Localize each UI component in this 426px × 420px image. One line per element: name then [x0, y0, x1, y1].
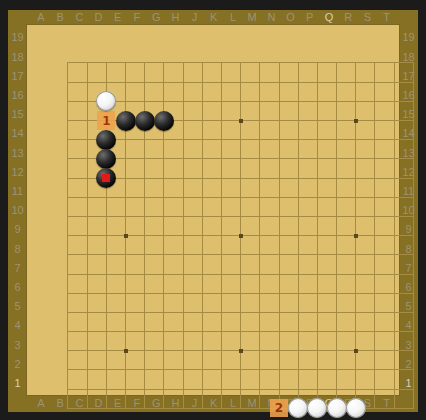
intersection-Q9[interactable]	[346, 245, 365, 264]
intersection-B7[interactable]	[78, 284, 97, 303]
intersection-C14[interactable]	[97, 149, 116, 168]
intersection-M4[interactable]	[269, 341, 288, 360]
intersection-R14[interactable]	[365, 149, 384, 168]
intersection-B10[interactable]	[78, 226, 97, 245]
intersection-C8[interactable]	[97, 264, 116, 283]
intersection-M7[interactable]	[269, 284, 288, 303]
intersection-K15[interactable]	[231, 130, 250, 149]
intersection-J8[interactable]	[212, 264, 231, 283]
intersection-G7[interactable]	[174, 284, 193, 303]
intersection-J9[interactable]	[212, 245, 231, 264]
intersection-R10[interactable]	[365, 226, 384, 245]
intersection-J18[interactable]	[212, 73, 231, 92]
intersection-F5[interactable]	[154, 322, 173, 341]
intersection-H5[interactable]	[193, 322, 212, 341]
intersection-K19[interactable]	[231, 53, 250, 72]
intersection-P8[interactable]	[327, 264, 346, 283]
intersection-P18[interactable]	[327, 73, 346, 92]
intersection-J12[interactable]	[212, 188, 231, 207]
intersection-D7[interactable]	[116, 284, 135, 303]
intersection-Q18[interactable]	[346, 73, 365, 92]
intersection-J13[interactable]	[212, 169, 231, 188]
intersection-H6[interactable]	[193, 303, 212, 322]
intersection-K13[interactable]	[231, 169, 250, 188]
intersection-J17[interactable]	[212, 92, 231, 111]
intersection-O8[interactable]	[308, 264, 327, 283]
intersection-N16[interactable]	[289, 111, 308, 130]
intersection-F13[interactable]	[154, 169, 173, 188]
intersection-Q14[interactable]	[346, 149, 365, 168]
intersection-R12[interactable]	[365, 188, 384, 207]
intersection-L15[interactable]	[250, 130, 269, 149]
intersection-H14[interactable]	[193, 149, 212, 168]
intersection-G16[interactable]	[174, 111, 193, 130]
intersection-L18[interactable]	[250, 73, 269, 92]
intersection-M1[interactable]: 2	[269, 399, 288, 418]
intersection-E5[interactable]	[135, 322, 154, 341]
intersection-M12[interactable]	[269, 188, 288, 207]
intersection-L19[interactable]	[250, 53, 269, 72]
intersection-M3[interactable]	[269, 360, 288, 379]
intersection-R8[interactable]	[365, 264, 384, 283]
intersection-H7[interactable]	[193, 284, 212, 303]
intersection-D14[interactable]	[116, 149, 135, 168]
intersection-N12[interactable]	[289, 188, 308, 207]
intersection-D6[interactable]	[116, 303, 135, 322]
intersection-M18[interactable]	[269, 73, 288, 92]
intersection-P12[interactable]	[327, 188, 346, 207]
intersection-M8[interactable]	[269, 264, 288, 283]
intersection-R15[interactable]	[365, 130, 384, 149]
intersection-A13[interactable]	[58, 169, 77, 188]
intersection-B6[interactable]	[78, 303, 97, 322]
intersection-E19[interactable]	[135, 53, 154, 72]
intersection-H18[interactable]	[193, 73, 212, 92]
intersection-E9[interactable]	[135, 245, 154, 264]
intersection-N3[interactable]	[289, 360, 308, 379]
intersection-F16[interactable]	[154, 111, 173, 130]
intersection-K7[interactable]	[231, 284, 250, 303]
intersection-L7[interactable]	[250, 284, 269, 303]
intersection-G15[interactable]	[174, 130, 193, 149]
intersection-Q11[interactable]	[346, 207, 365, 226]
intersection-B18[interactable]	[78, 73, 97, 92]
intersection-K4[interactable]	[231, 341, 250, 360]
intersection-M6[interactable]	[269, 303, 288, 322]
intersection-F12[interactable]	[154, 188, 173, 207]
intersection-P7[interactable]	[327, 284, 346, 303]
intersection-R18[interactable]	[365, 73, 384, 92]
intersection-N17[interactable]	[289, 92, 308, 111]
intersection-G19[interactable]	[174, 53, 193, 72]
intersection-K12[interactable]	[231, 188, 250, 207]
intersection-J15[interactable]	[212, 130, 231, 149]
intersection-P9[interactable]	[327, 245, 346, 264]
intersection-N6[interactable]	[289, 303, 308, 322]
intersection-G3[interactable]	[174, 360, 193, 379]
intersection-F6[interactable]	[154, 303, 173, 322]
intersection-F8[interactable]	[154, 264, 173, 283]
intersection-H11[interactable]	[193, 207, 212, 226]
intersection-G17[interactable]	[174, 92, 193, 111]
intersection-P1[interactable]	[327, 399, 346, 418]
intersection-R19[interactable]	[365, 53, 384, 72]
intersection-K5[interactable]	[231, 322, 250, 341]
intersection-E13[interactable]	[135, 169, 154, 188]
intersection-D19[interactable]	[116, 53, 135, 72]
intersection-F15[interactable]	[154, 130, 173, 149]
intersection-F3[interactable]	[154, 360, 173, 379]
intersection-L14[interactable]	[250, 149, 269, 168]
intersection-C13[interactable]	[97, 169, 116, 188]
intersection-O12[interactable]	[308, 188, 327, 207]
intersection-O7[interactable]	[308, 284, 327, 303]
intersection-G18[interactable]	[174, 73, 193, 92]
intersection-K11[interactable]	[231, 207, 250, 226]
intersection-O18[interactable]	[308, 73, 327, 92]
intersection-H9[interactable]	[193, 245, 212, 264]
intersection-A16[interactable]	[58, 111, 77, 130]
intersection-H16[interactable]	[193, 111, 212, 130]
intersection-C9[interactable]	[97, 245, 116, 264]
intersection-D18[interactable]	[116, 73, 135, 92]
intersection-P17[interactable]	[327, 92, 346, 111]
intersection-H3[interactable]	[193, 360, 212, 379]
intersection-C7[interactable]	[97, 284, 116, 303]
intersection-E10[interactable]	[135, 226, 154, 245]
intersection-C5[interactable]	[97, 322, 116, 341]
intersection-P19[interactable]	[327, 53, 346, 72]
intersection-H4[interactable]	[193, 341, 212, 360]
intersection-K18[interactable]	[231, 73, 250, 92]
intersection-A6[interactable]	[58, 303, 77, 322]
intersection-L10[interactable]	[250, 226, 269, 245]
intersection-L4[interactable]	[250, 341, 269, 360]
intersection-L8[interactable]	[250, 264, 269, 283]
intersection-N10[interactable]	[289, 226, 308, 245]
intersection-K16[interactable]	[231, 111, 250, 130]
intersection-M15[interactable]	[269, 130, 288, 149]
intersection-B5[interactable]	[78, 322, 97, 341]
intersection-P6[interactable]	[327, 303, 346, 322]
intersection-B3[interactable]	[78, 360, 97, 379]
intersection-D13[interactable]	[116, 169, 135, 188]
intersection-D15[interactable]	[116, 130, 135, 149]
intersection-L13[interactable]	[250, 169, 269, 188]
intersection-A14[interactable]	[58, 149, 77, 168]
variation-label-M1[interactable]: 2	[270, 399, 288, 417]
intersection-D3[interactable]	[116, 360, 135, 379]
coord-left-18: 18	[8, 48, 27, 67]
intersection-M11[interactable]	[269, 207, 288, 226]
intersection-G11[interactable]	[174, 207, 193, 226]
intersection-R17[interactable]	[365, 92, 384, 111]
intersection-B13[interactable]	[78, 169, 97, 188]
intersection-P5[interactable]	[327, 322, 346, 341]
intersection-C15[interactable]	[97, 130, 116, 149]
intersection-L3[interactable]	[250, 360, 269, 379]
intersection-A15[interactable]	[58, 130, 77, 149]
variation-label-C16[interactable]: 1	[97, 111, 115, 129]
intersection-F14[interactable]	[154, 149, 173, 168]
intersection-B9[interactable]	[78, 245, 97, 264]
intersection-M5[interactable]	[269, 322, 288, 341]
intersection-H12[interactable]	[193, 188, 212, 207]
intersection-J14[interactable]	[212, 149, 231, 168]
intersection-C10[interactable]	[97, 226, 116, 245]
intersection-B4[interactable]	[78, 341, 97, 360]
intersection-L11[interactable]	[250, 207, 269, 226]
intersection-E14[interactable]	[135, 149, 154, 168]
intersection-N5[interactable]	[289, 322, 308, 341]
intersection-E8[interactable]	[135, 264, 154, 283]
intersection-A5[interactable]	[58, 322, 77, 341]
intersection-B19[interactable]	[78, 53, 97, 72]
intersection-A3[interactable]	[58, 360, 77, 379]
intersection-L17[interactable]	[250, 92, 269, 111]
intersection-A11[interactable]	[58, 207, 77, 226]
intersection-Q7[interactable]	[346, 284, 365, 303]
intersection-G6[interactable]	[174, 303, 193, 322]
intersection-O15[interactable]	[308, 130, 327, 149]
intersection-F17[interactable]	[154, 92, 173, 111]
intersection-M16[interactable]	[269, 111, 288, 130]
intersection-K14[interactable]	[231, 149, 250, 168]
intersection-Q1[interactable]	[346, 399, 365, 418]
intersection-N13[interactable]	[289, 169, 308, 188]
intersection-O6[interactable]	[308, 303, 327, 322]
intersection-P13[interactable]	[327, 169, 346, 188]
intersection-G14[interactable]	[174, 149, 193, 168]
intersection-O17[interactable]	[308, 92, 327, 111]
intersection-D5[interactable]	[116, 322, 135, 341]
intersection-F10[interactable]	[154, 226, 173, 245]
intersection-A17[interactable]	[58, 92, 77, 111]
white-stone-Q1	[346, 398, 366, 418]
intersection-C3[interactable]	[97, 360, 116, 379]
intersection-J5[interactable]	[212, 322, 231, 341]
intersection-O1[interactable]	[308, 399, 327, 418]
intersection-J4[interactable]	[212, 341, 231, 360]
intersection-D4[interactable]	[116, 341, 135, 360]
intersection-J6[interactable]	[212, 303, 231, 322]
intersection-M9[interactable]	[269, 245, 288, 264]
intersection-P11[interactable]	[327, 207, 346, 226]
intersection-B8[interactable]	[78, 264, 97, 283]
intersection-C11[interactable]	[97, 207, 116, 226]
intersection-O11[interactable]	[308, 207, 327, 226]
intersection-O19[interactable]	[308, 53, 327, 72]
square-marker-icon	[102, 174, 110, 182]
intersection-O14[interactable]	[308, 149, 327, 168]
intersection-C16[interactable]: 1	[97, 111, 116, 130]
intersection-J11[interactable]	[212, 207, 231, 226]
intersection-C19[interactable]	[97, 53, 116, 72]
intersection-K10[interactable]	[231, 226, 250, 245]
intersection-E4[interactable]	[135, 341, 154, 360]
intersection-Q8[interactable]	[346, 264, 365, 283]
intersection-E6[interactable]	[135, 303, 154, 322]
intersection-H15[interactable]	[193, 130, 212, 149]
intersection-K3[interactable]	[231, 360, 250, 379]
intersection-A8[interactable]	[58, 264, 77, 283]
intersection-B17[interactable]	[78, 92, 97, 111]
intersection-L5[interactable]	[250, 322, 269, 341]
intersection-Q5[interactable]	[346, 322, 365, 341]
intersection-H19[interactable]	[193, 53, 212, 72]
intersection-B14[interactable]	[78, 149, 97, 168]
intersection-M13[interactable]	[269, 169, 288, 188]
intersection-C18[interactable]	[97, 73, 116, 92]
intersection-R3[interactable]	[365, 360, 384, 379]
intersection-B12[interactable]	[78, 188, 97, 207]
intersection-O4[interactable]	[308, 341, 327, 360]
intersection-A4[interactable]	[58, 341, 77, 360]
intersection-Q16[interactable]	[346, 111, 365, 130]
intersection-A7[interactable]	[58, 284, 77, 303]
intersection-N14[interactable]	[289, 149, 308, 168]
intersection-N18[interactable]	[289, 73, 308, 92]
intersection-E7[interactable]	[135, 284, 154, 303]
intersection-A18[interactable]	[58, 73, 77, 92]
intersection-D11[interactable]	[116, 207, 135, 226]
intersection-F19[interactable]	[154, 53, 173, 72]
intersection-C6[interactable]	[97, 303, 116, 322]
intersection-K6[interactable]	[231, 303, 250, 322]
intersection-R16[interactable]	[365, 111, 384, 130]
intersection-C12[interactable]	[97, 188, 116, 207]
intersection-R9[interactable]	[365, 245, 384, 264]
intersection-Q12[interactable]	[346, 188, 365, 207]
intersection-K17[interactable]	[231, 92, 250, 111]
intersection-F11[interactable]	[154, 207, 173, 226]
intersection-G13[interactable]	[174, 169, 193, 188]
intersection-E16[interactable]	[135, 111, 154, 130]
intersection-G10[interactable]	[174, 226, 193, 245]
intersection-H17[interactable]	[193, 92, 212, 111]
intersection-P4[interactable]	[327, 341, 346, 360]
intersection-P10[interactable]	[327, 226, 346, 245]
intersection-P16[interactable]	[327, 111, 346, 130]
intersection-F4[interactable]	[154, 341, 173, 360]
intersection-N7[interactable]	[289, 284, 308, 303]
intersection-M19[interactable]	[269, 53, 288, 72]
intersection-Q19[interactable]	[346, 53, 365, 72]
intersection-C17[interactable]	[97, 92, 116, 111]
intersection-O5[interactable]	[308, 322, 327, 341]
intersection-Q3[interactable]	[346, 360, 365, 379]
intersection-R13[interactable]	[365, 169, 384, 188]
intersection-B15[interactable]	[78, 130, 97, 149]
intersection-A19[interactable]	[58, 53, 77, 72]
intersection-Q10[interactable]	[346, 226, 365, 245]
intersection-A12[interactable]	[58, 188, 77, 207]
intersection-O16[interactable]	[308, 111, 327, 130]
intersection-G12[interactable]	[174, 188, 193, 207]
intersection-J7[interactable]	[212, 284, 231, 303]
intersection-K8[interactable]	[231, 264, 250, 283]
intersection-N1[interactable]	[289, 399, 308, 418]
intersection-P14[interactable]	[327, 149, 346, 168]
intersection-L6[interactable]	[250, 303, 269, 322]
intersection-G8[interactable]	[174, 264, 193, 283]
intersection-J16[interactable]	[212, 111, 231, 130]
intersection-E15[interactable]	[135, 130, 154, 149]
intersection-L16[interactable]	[250, 111, 269, 130]
intersection-N11[interactable]	[289, 207, 308, 226]
intersection-T1[interactable]	[404, 399, 423, 418]
intersection-Q15[interactable]	[346, 130, 365, 149]
intersection-H8[interactable]	[193, 264, 212, 283]
intersection-Q13[interactable]	[346, 169, 365, 188]
intersection-R11[interactable]	[365, 207, 384, 226]
intersection-G5[interactable]	[174, 322, 193, 341]
intersection-R4[interactable]	[365, 341, 384, 360]
intersection-P3[interactable]	[327, 360, 346, 379]
intersection-G4[interactable]	[174, 341, 193, 360]
intersection-H13[interactable]	[193, 169, 212, 188]
intersection-E17[interactable]	[135, 92, 154, 111]
intersection-E12[interactable]	[135, 188, 154, 207]
intersection-E3[interactable]	[135, 360, 154, 379]
intersection-D10[interactable]	[116, 226, 135, 245]
intersection-D12[interactable]	[116, 188, 135, 207]
intersection-B11[interactable]	[78, 207, 97, 226]
intersection-M10[interactable]	[269, 226, 288, 245]
intersection-M17[interactable]	[269, 92, 288, 111]
intersection-A9[interactable]	[58, 245, 77, 264]
intersection-L9[interactable]	[250, 245, 269, 264]
intersection-D16[interactable]	[116, 111, 135, 130]
intersection-K9[interactable]	[231, 245, 250, 264]
intersection-D8[interactable]	[116, 264, 135, 283]
intersection-D17[interactable]	[116, 92, 135, 111]
intersection-C4[interactable]	[97, 341, 116, 360]
intersection-O10[interactable]	[308, 226, 327, 245]
intersection-N8[interactable]	[289, 264, 308, 283]
intersection-H10[interactable]	[193, 226, 212, 245]
intersection-O9[interactable]	[308, 245, 327, 264]
intersection-E18[interactable]	[135, 73, 154, 92]
intersection-E11[interactable]	[135, 207, 154, 226]
intersection-N4[interactable]	[289, 341, 308, 360]
intersection-J19[interactable]	[212, 53, 231, 72]
intersection-M14[interactable]	[269, 149, 288, 168]
intersection-J3[interactable]	[212, 360, 231, 379]
intersection-Q4[interactable]	[346, 341, 365, 360]
intersection-D9[interactable]	[116, 245, 135, 264]
intersection-O3[interactable]	[308, 360, 327, 379]
intersection-N9[interactable]	[289, 245, 308, 264]
intersection-R7[interactable]	[365, 284, 384, 303]
intersection-F18[interactable]	[154, 73, 173, 92]
intersection-B16[interactable]	[78, 111, 97, 130]
intersection-L12[interactable]	[250, 188, 269, 207]
intersection-R6[interactable]	[365, 303, 384, 322]
intersection-G9[interactable]	[174, 245, 193, 264]
intersection-Q6[interactable]	[346, 303, 365, 322]
intersection-F7[interactable]	[154, 284, 173, 303]
intersection-N19[interactable]	[289, 53, 308, 72]
intersection-A10[interactable]	[58, 226, 77, 245]
intersection-R5[interactable]	[365, 322, 384, 341]
intersection-P15[interactable]	[327, 130, 346, 149]
intersection-J10[interactable]	[212, 226, 231, 245]
intersection-N15[interactable]	[289, 130, 308, 149]
intersection-Q17[interactable]	[346, 92, 365, 111]
intersection-O13[interactable]	[308, 169, 327, 188]
intersection-F9[interactable]	[154, 245, 173, 264]
